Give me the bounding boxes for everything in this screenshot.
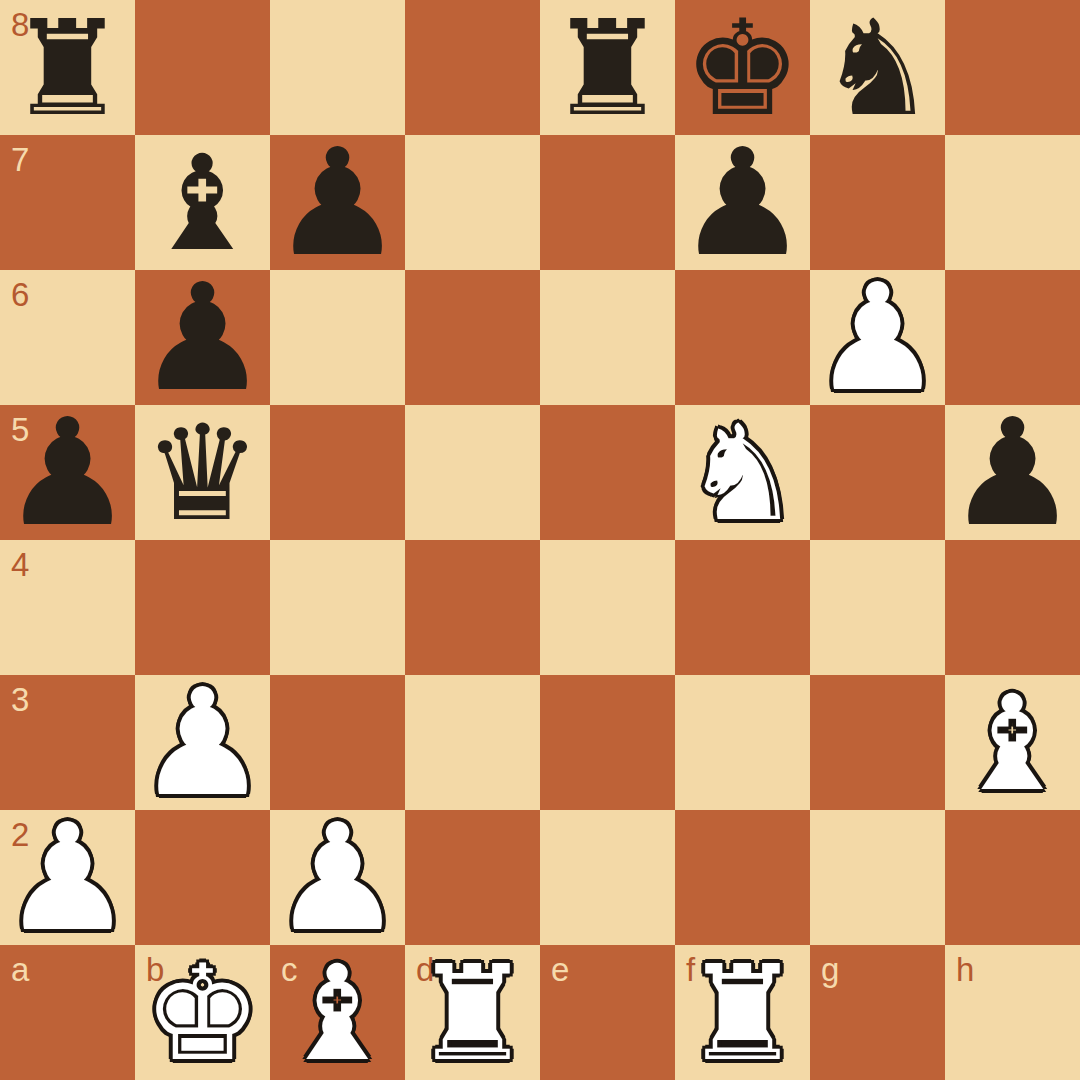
square-h1[interactable]: h <box>945 945 1080 1080</box>
square-h2[interactable] <box>945 810 1080 945</box>
square-e1[interactable]: e <box>540 945 675 1080</box>
square-c6[interactable] <box>270 270 405 405</box>
square-d2[interactable] <box>405 810 540 945</box>
square-b1[interactable]: b♚ <box>135 945 270 1080</box>
square-c3[interactable] <box>270 675 405 810</box>
square-f1[interactable]: f♜ <box>675 945 810 1080</box>
square-h8[interactable] <box>945 0 1080 135</box>
chess-board: 8♜♜♚♞7♝♟♟6♟♟5♟♛♞♟43♟♝2♟♟ab♚c♝d♜ef♜gh <box>0 0 1080 1080</box>
square-d5[interactable] <box>405 405 540 540</box>
coordinate-label-a7: 7 <box>11 143 29 176</box>
coordinate-label-a3: 3 <box>11 683 29 716</box>
square-e7[interactable] <box>540 135 675 270</box>
square-a3[interactable]: 3 <box>0 675 135 810</box>
square-f4[interactable] <box>675 540 810 675</box>
square-g8[interactable]: ♞ <box>810 0 945 135</box>
square-f7[interactable]: ♟ <box>675 135 810 270</box>
square-b5[interactable]: ♛ <box>135 405 270 540</box>
square-c2[interactable]: ♟ <box>270 810 405 945</box>
square-g6[interactable]: ♟ <box>810 270 945 405</box>
square-f2[interactable] <box>675 810 810 945</box>
square-c7[interactable]: ♟ <box>270 135 405 270</box>
white-rook[interactable]: ♜ <box>675 945 810 1080</box>
square-a1[interactable]: a <box>0 945 135 1080</box>
square-h4[interactable] <box>945 540 1080 675</box>
square-b6[interactable]: ♟ <box>135 270 270 405</box>
square-d6[interactable] <box>405 270 540 405</box>
square-h5[interactable]: ♟ <box>945 405 1080 540</box>
square-g1[interactable]: g <box>810 945 945 1080</box>
white-pawn[interactable]: ♟ <box>0 810 135 945</box>
square-e8[interactable]: ♜ <box>540 0 675 135</box>
square-a7[interactable]: 7 <box>0 135 135 270</box>
black-rook[interactable]: ♜ <box>540 0 675 135</box>
black-pawn[interactable]: ♟ <box>135 270 270 405</box>
black-bishop[interactable]: ♝ <box>135 135 270 270</box>
square-d3[interactable] <box>405 675 540 810</box>
square-g4[interactable] <box>810 540 945 675</box>
coordinate-label-a1: a <box>11 953 29 986</box>
square-h6[interactable] <box>945 270 1080 405</box>
square-h3[interactable]: ♝ <box>945 675 1080 810</box>
square-a5[interactable]: 5♟ <box>0 405 135 540</box>
black-knight[interactable]: ♞ <box>810 0 945 135</box>
square-a2[interactable]: 2♟ <box>0 810 135 945</box>
square-c8[interactable] <box>270 0 405 135</box>
square-g2[interactable] <box>810 810 945 945</box>
white-pawn[interactable]: ♟ <box>135 675 270 810</box>
black-pawn[interactable]: ♟ <box>0 405 135 540</box>
square-c1[interactable]: c♝ <box>270 945 405 1080</box>
square-f8[interactable]: ♚ <box>675 0 810 135</box>
square-e5[interactable] <box>540 405 675 540</box>
black-rook[interactable]: ♜ <box>0 0 135 135</box>
coordinate-label-g1: g <box>821 953 839 986</box>
coordinate-label-h1: h <box>956 953 974 986</box>
square-h7[interactable] <box>945 135 1080 270</box>
black-pawn[interactable]: ♟ <box>945 405 1080 540</box>
black-pawn[interactable]: ♟ <box>270 135 405 270</box>
square-f3[interactable] <box>675 675 810 810</box>
white-bishop[interactable]: ♝ <box>945 675 1080 810</box>
square-b4[interactable] <box>135 540 270 675</box>
white-pawn[interactable]: ♟ <box>270 810 405 945</box>
square-d7[interactable] <box>405 135 540 270</box>
square-d1[interactable]: d♜ <box>405 945 540 1080</box>
square-a8[interactable]: 8♜ <box>0 0 135 135</box>
white-rook[interactable]: ♜ <box>405 945 540 1080</box>
coordinate-label-e1: e <box>551 953 569 986</box>
white-king[interactable]: ♚ <box>135 945 270 1080</box>
square-b7[interactable]: ♝ <box>135 135 270 270</box>
square-c5[interactable] <box>270 405 405 540</box>
coordinate-label-a6: 6 <box>11 278 29 311</box>
black-king[interactable]: ♚ <box>675 0 810 135</box>
square-e4[interactable] <box>540 540 675 675</box>
square-a4[interactable]: 4 <box>0 540 135 675</box>
square-d4[interactable] <box>405 540 540 675</box>
black-pawn[interactable]: ♟ <box>675 135 810 270</box>
square-c4[interactable] <box>270 540 405 675</box>
square-b3[interactable]: ♟ <box>135 675 270 810</box>
white-bishop[interactable]: ♝ <box>270 945 405 1080</box>
white-knight[interactable]: ♞ <box>675 405 810 540</box>
square-d8[interactable] <box>405 0 540 135</box>
square-g7[interactable] <box>810 135 945 270</box>
square-e6[interactable] <box>540 270 675 405</box>
square-f6[interactable] <box>675 270 810 405</box>
square-g3[interactable] <box>810 675 945 810</box>
square-b8[interactable] <box>135 0 270 135</box>
square-e3[interactable] <box>540 675 675 810</box>
black-queen[interactable]: ♛ <box>135 405 270 540</box>
square-f5[interactable]: ♞ <box>675 405 810 540</box>
white-pawn[interactable]: ♟ <box>810 270 945 405</box>
coordinate-label-a4: 4 <box>11 548 29 581</box>
square-b2[interactable] <box>135 810 270 945</box>
square-e2[interactable] <box>540 810 675 945</box>
square-a6[interactable]: 6 <box>0 270 135 405</box>
square-g5[interactable] <box>810 405 945 540</box>
